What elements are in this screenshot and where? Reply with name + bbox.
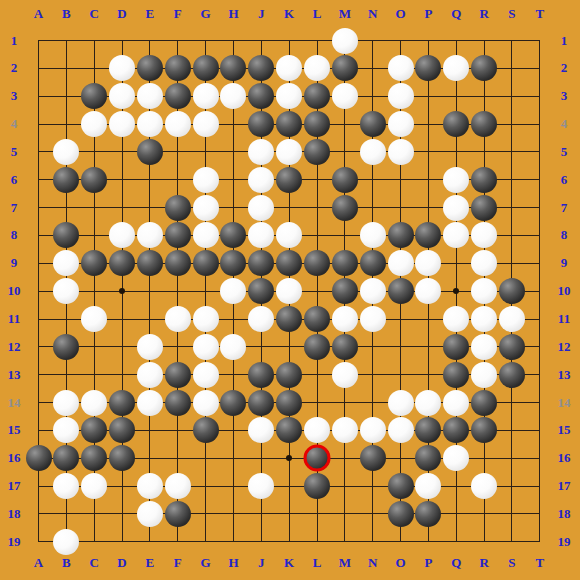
bottom-col-label-O: O [395,555,405,571]
left-row-label-17: 17 [8,478,21,494]
stone-black-J10[interactable] [248,278,274,304]
stone-black-D9[interactable] [109,250,135,276]
top-col-label-S: S [508,6,515,22]
top-col-label-F: F [174,6,182,22]
stone-white-J17[interactable] [248,473,274,499]
stone-black-E2[interactable] [137,55,163,81]
right-row-label-11: 11 [558,311,570,327]
stone-white-M15[interactable] [332,417,358,443]
stone-black-R15[interactable] [471,417,497,443]
stone-white-R8[interactable] [471,222,497,248]
left-row-label-10: 10 [8,283,21,299]
left-row-label-8: 8 [11,227,18,243]
bottom-col-label-N: N [368,555,377,571]
left-row-label-19: 19 [8,534,21,550]
stone-black-L16[interactable] [304,445,330,471]
stone-white-M1[interactable] [332,28,358,54]
stone-black-L12[interactable] [304,334,330,360]
stone-black-M6[interactable] [332,167,358,193]
bottom-col-label-K: K [284,555,294,571]
stone-black-N4[interactable] [360,111,386,137]
right-row-label-3: 3 [561,88,568,104]
stone-black-O17[interactable] [388,473,414,499]
stone-black-P15[interactable] [415,417,441,443]
stone-black-A16[interactable] [26,445,52,471]
stone-white-P10[interactable] [415,278,441,304]
right-row-label-12: 12 [558,339,571,355]
stone-white-Q11[interactable] [443,306,469,332]
stone-white-E12[interactable] [137,334,163,360]
right-row-label-17: 17 [558,478,571,494]
top-col-label-P: P [424,6,432,22]
stone-white-P17[interactable] [415,473,441,499]
grid-line-horizontal [38,486,540,487]
stone-black-P2[interactable] [415,55,441,81]
stone-black-Q12[interactable] [443,334,469,360]
stone-black-R2[interactable] [471,55,497,81]
stone-black-Q15[interactable] [443,417,469,443]
top-col-label-R: R [479,6,488,22]
stone-black-F13[interactable] [165,362,191,388]
bottom-col-label-A: A [34,555,43,571]
stone-white-B14[interactable] [53,390,79,416]
stone-white-K2[interactable] [276,55,302,81]
stone-white-J6[interactable] [248,167,274,193]
stone-black-S12[interactable] [499,334,525,360]
stone-white-R11[interactable] [471,306,497,332]
top-col-label-N: N [368,6,377,22]
stone-white-B17[interactable] [53,473,79,499]
stone-white-B5[interactable] [53,139,79,165]
hoshi-point-D10 [119,288,125,294]
stone-black-H14[interactable] [220,390,246,416]
stone-black-Q4[interactable] [443,111,469,137]
stone-white-D4[interactable] [109,111,135,137]
bottom-col-label-Q: Q [451,555,461,571]
stone-black-K11[interactable] [276,306,302,332]
stone-black-F9[interactable] [165,250,191,276]
stone-white-O14[interactable] [388,390,414,416]
left-row-label-7: 7 [11,200,18,216]
bottom-col-label-S: S [508,555,515,571]
stone-black-B12[interactable] [53,334,79,360]
bottom-col-label-B: B [62,555,71,571]
bottom-col-label-J: J [258,555,265,571]
right-row-label-9: 9 [561,255,568,271]
stone-black-B16[interactable] [53,445,79,471]
right-row-label-6: 6 [561,172,568,188]
stone-black-J2[interactable] [248,55,274,81]
stone-black-M7[interactable] [332,195,358,221]
stone-black-E5[interactable] [137,139,163,165]
stone-white-Q16[interactable] [443,445,469,471]
top-col-label-L: L [313,6,322,22]
stone-white-Q6[interactable] [443,167,469,193]
stone-white-H3[interactable] [220,83,246,109]
left-row-label-4: 4 [11,116,18,132]
stone-black-B6[interactable] [53,167,79,193]
stone-black-D14[interactable] [109,390,135,416]
stone-white-E14[interactable] [137,390,163,416]
grid-line-vertical [539,40,540,542]
stone-white-B10[interactable] [53,278,79,304]
stone-black-H8[interactable] [220,222,246,248]
stone-white-G3[interactable] [193,83,219,109]
top-col-label-B: B [62,6,71,22]
stone-white-R17[interactable] [471,473,497,499]
stone-white-Q14[interactable] [443,390,469,416]
right-row-label-18: 18 [558,506,571,522]
stone-white-B19[interactable] [53,529,79,555]
stone-white-C11[interactable] [81,306,107,332]
right-row-label-4: 4 [561,116,568,132]
stone-black-C6[interactable] [81,167,107,193]
bottom-col-label-E: E [146,555,155,571]
bottom-col-label-T: T [535,555,544,571]
stone-white-M3[interactable] [332,83,358,109]
right-row-label-13: 13 [558,367,571,383]
stone-black-M12[interactable] [332,334,358,360]
stone-white-J11[interactable] [248,306,274,332]
stone-white-H12[interactable] [220,334,246,360]
stone-white-K5[interactable] [276,139,302,165]
stone-black-C16[interactable] [81,445,107,471]
stone-white-N10[interactable] [360,278,386,304]
stone-black-N9[interactable] [360,250,386,276]
stone-white-F11[interactable] [165,306,191,332]
stone-black-L9[interactable] [304,250,330,276]
stone-white-F4[interactable] [165,111,191,137]
stone-black-R6[interactable] [471,167,497,193]
stone-black-L17[interactable] [304,473,330,499]
stone-black-D15[interactable] [109,417,135,443]
top-col-label-H: H [228,6,238,22]
stone-white-O3[interactable] [388,83,414,109]
stone-white-E13[interactable] [137,362,163,388]
stone-white-K10[interactable] [276,278,302,304]
stone-black-L11[interactable] [304,306,330,332]
stone-white-E3[interactable] [137,83,163,109]
stone-black-M2[interactable] [332,55,358,81]
top-col-label-D: D [117,6,126,22]
stone-black-P8[interactable] [415,222,441,248]
stone-black-P18[interactable] [415,501,441,527]
stone-white-E17[interactable] [137,473,163,499]
stone-white-G12[interactable] [193,334,219,360]
stone-black-G9[interactable] [193,250,219,276]
stone-black-F14[interactable] [165,390,191,416]
stone-white-O5[interactable] [388,139,414,165]
left-row-label-18: 18 [8,506,21,522]
bottom-col-label-F: F [174,555,182,571]
stone-white-E4[interactable] [137,111,163,137]
stone-white-P14[interactable] [415,390,441,416]
stone-black-C3[interactable] [81,83,107,109]
stone-white-L2[interactable] [304,55,330,81]
stone-white-B15[interactable] [53,417,79,443]
stone-black-R4[interactable] [471,111,497,137]
stone-white-N5[interactable] [360,139,386,165]
stone-black-K14[interactable] [276,390,302,416]
stone-black-H2[interactable] [220,55,246,81]
stone-black-J13[interactable] [248,362,274,388]
stone-white-L15[interactable] [304,417,330,443]
stone-black-G15[interactable] [193,417,219,443]
stone-white-R10[interactable] [471,278,497,304]
hoshi-point-Q10 [453,288,459,294]
stone-black-K4[interactable] [276,111,302,137]
stone-black-R14[interactable] [471,390,497,416]
top-col-label-O: O [395,6,405,22]
top-col-label-J: J [258,6,265,22]
stone-white-Q7[interactable] [443,195,469,221]
stone-black-L5[interactable] [304,139,330,165]
stone-black-M10[interactable] [332,278,358,304]
right-row-label-7: 7 [561,200,568,216]
stone-black-K13[interactable] [276,362,302,388]
bottom-col-label-G: G [201,555,211,571]
stone-white-O4[interactable] [388,111,414,137]
top-col-label-A: A [34,6,43,22]
stone-black-C15[interactable] [81,417,107,443]
top-col-label-E: E [146,6,155,22]
stone-white-S11[interactable] [499,306,525,332]
stone-black-S13[interactable] [499,362,525,388]
stone-black-H9[interactable] [220,250,246,276]
stone-white-G13[interactable] [193,362,219,388]
grid-line-horizontal [38,513,540,514]
stone-white-O2[interactable] [388,55,414,81]
stone-white-O15[interactable] [388,417,414,443]
stone-black-C9[interactable] [81,250,107,276]
stone-white-K3[interactable] [276,83,302,109]
stone-white-F17[interactable] [165,473,191,499]
stone-white-M13[interactable] [332,362,358,388]
stone-black-K15[interactable] [276,417,302,443]
right-row-label-1: 1 [561,33,568,49]
left-row-label-11: 11 [8,311,20,327]
stone-white-G6[interactable] [193,167,219,193]
stone-black-F3[interactable] [165,83,191,109]
stone-black-O8[interactable] [388,222,414,248]
top-col-label-C: C [89,6,98,22]
left-row-label-9: 9 [11,255,18,271]
stone-white-B9[interactable] [53,250,79,276]
stone-black-J4[interactable] [248,111,274,137]
left-row-label-2: 2 [11,60,18,76]
stone-black-S10[interactable] [499,278,525,304]
stone-white-G14[interactable] [193,390,219,416]
hoshi-point-K16 [286,455,292,461]
stone-black-B8[interactable] [53,222,79,248]
left-row-label-6: 6 [11,172,18,188]
stone-white-M11[interactable] [332,306,358,332]
bottom-col-label-P: P [424,555,432,571]
bottom-col-label-D: D [117,555,126,571]
right-row-label-16: 16 [558,450,571,466]
stone-white-C4[interactable] [81,111,107,137]
stone-white-H10[interactable] [220,278,246,304]
stone-white-J5[interactable] [248,139,274,165]
stone-white-N8[interactable] [360,222,386,248]
stone-white-Q2[interactable] [443,55,469,81]
stone-black-P16[interactable] [415,445,441,471]
stone-black-J9[interactable] [248,250,274,276]
left-row-label-13: 13 [8,367,21,383]
stone-white-R12[interactable] [471,334,497,360]
stone-white-E18[interactable] [137,501,163,527]
stone-white-C14[interactable] [81,390,107,416]
left-row-label-14: 14 [8,395,21,411]
stone-black-N16[interactable] [360,445,386,471]
stone-white-D3[interactable] [109,83,135,109]
right-row-label-8: 8 [561,227,568,243]
stone-black-F8[interactable] [165,222,191,248]
stone-white-N15[interactable] [360,417,386,443]
stone-black-J14[interactable] [248,390,274,416]
stone-black-Q13[interactable] [443,362,469,388]
stone-black-F18[interactable] [165,501,191,527]
stone-white-G11[interactable] [193,306,219,332]
stone-black-K9[interactable] [276,250,302,276]
stone-white-G8[interactable] [193,222,219,248]
stone-black-J3[interactable] [248,83,274,109]
stone-black-F2[interactable] [165,55,191,81]
stone-black-L3[interactable] [304,83,330,109]
bottom-col-label-M: M [339,555,351,571]
top-col-label-K: K [284,6,294,22]
stone-white-Q8[interactable] [443,222,469,248]
stone-white-P9[interactable] [415,250,441,276]
stone-white-R9[interactable] [471,250,497,276]
stone-white-J7[interactable] [248,195,274,221]
stone-white-C17[interactable] [81,473,107,499]
stone-white-O9[interactable] [388,250,414,276]
stone-black-R7[interactable] [471,195,497,221]
left-row-label-12: 12 [8,339,21,355]
right-row-label-2: 2 [561,60,568,76]
stone-white-D2[interactable] [109,55,135,81]
top-col-label-M: M [339,6,351,22]
stone-white-J8[interactable] [248,222,274,248]
bottom-col-label-L: L [313,555,322,571]
stone-black-D16[interactable] [109,445,135,471]
right-row-label-5: 5 [561,144,568,160]
right-row-label-14: 14 [558,395,571,411]
stone-black-F7[interactable] [165,195,191,221]
stone-white-K8[interactable] [276,222,302,248]
right-row-label-15: 15 [558,422,571,438]
stone-black-G2[interactable] [193,55,219,81]
top-col-label-Q: Q [451,6,461,22]
stone-white-R13[interactable] [471,362,497,388]
top-col-label-G: G [201,6,211,22]
stone-white-D8[interactable] [109,222,135,248]
bottom-col-label-C: C [89,555,98,571]
stone-black-E9[interactable] [137,250,163,276]
stone-white-G7[interactable] [193,195,219,221]
top-col-label-T: T [535,6,544,22]
left-row-label-16: 16 [8,450,21,466]
bottom-col-label-R: R [479,555,488,571]
left-row-label-5: 5 [11,144,18,160]
stone-white-E8[interactable] [137,222,163,248]
left-row-label-15: 15 [8,422,21,438]
stone-black-M9[interactable] [332,250,358,276]
stone-white-J15[interactable] [248,417,274,443]
grid-line-horizontal [38,541,540,542]
stone-black-K6[interactable] [276,167,302,193]
left-row-label-1: 1 [11,33,18,49]
bottom-col-label-H: H [228,555,238,571]
stone-white-N11[interactable] [360,306,386,332]
go-board-screenshot: AABBCCDDEEFFGGHHJJKKLLMMNNOOPPQQRRSSTT11… [0,0,580,580]
left-row-label-3: 3 [11,88,18,104]
right-row-label-10: 10 [558,283,571,299]
right-row-label-19: 19 [558,534,571,550]
stone-black-O18[interactable] [388,501,414,527]
stone-white-G4[interactable] [193,111,219,137]
stone-black-O10[interactable] [388,278,414,304]
stone-black-L4[interactable] [304,111,330,137]
